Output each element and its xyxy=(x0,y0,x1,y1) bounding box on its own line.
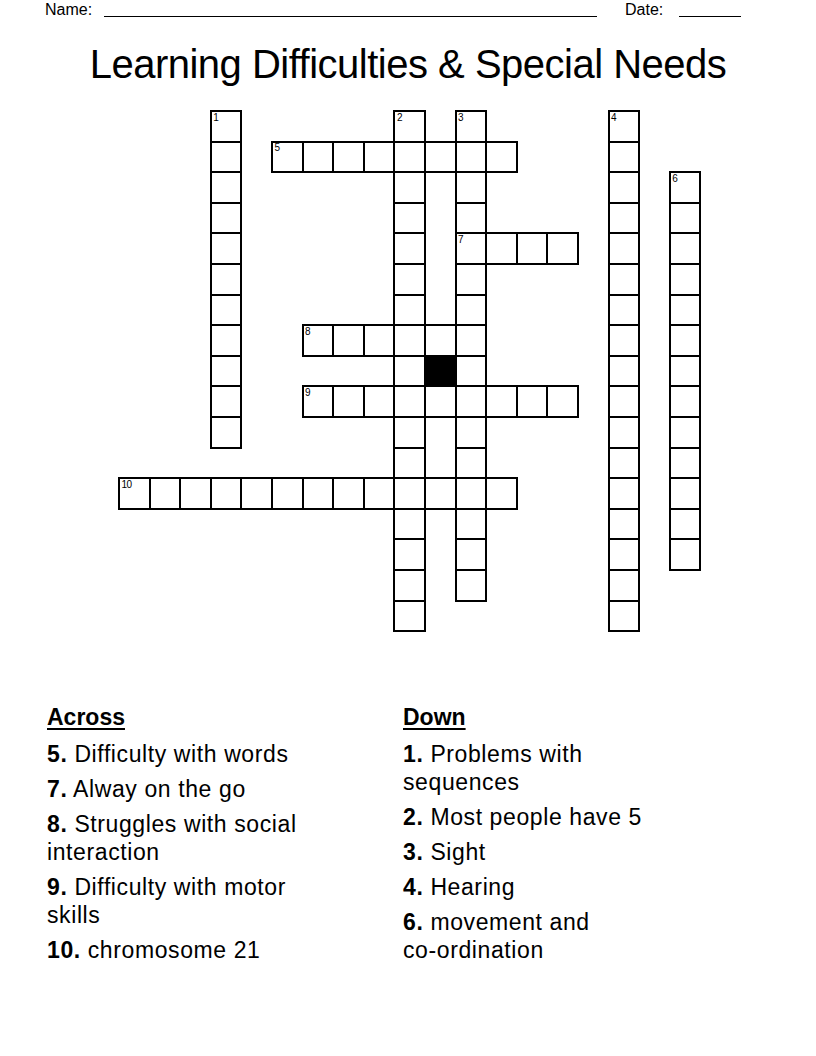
clue-number-8: 8 xyxy=(305,327,310,337)
grid-cell-r7c10 xyxy=(424,324,457,357)
clue-number-10: 10 xyxy=(122,480,132,490)
grid-cell-r4c16 xyxy=(608,232,641,265)
down-clue-1: 1. Problems with sequences xyxy=(403,740,666,796)
down-clue-4: 4. Hearing xyxy=(403,873,666,901)
grid-cell-r9c10 xyxy=(424,385,457,418)
grid-cell-r11c11 xyxy=(455,447,488,480)
crossword-grid: 12345678910 xyxy=(118,110,704,634)
down-clue-6: 6. movement and co‑ordination xyxy=(403,908,666,964)
down-clues-section: Down 1. Problems with sequences2. Most p… xyxy=(403,702,666,971)
grid-cell-r4c11: 7 xyxy=(455,232,488,265)
clue-number-6: 6 xyxy=(672,174,677,184)
blocked-cell xyxy=(424,355,457,388)
puzzle-title: Learning Difficulties & Special Needs xyxy=(0,40,816,88)
grid-cell-r3c16 xyxy=(608,202,641,235)
grid-cell-r5c18 xyxy=(669,263,702,296)
grid-cell-r0c16: 4 xyxy=(608,110,641,143)
grid-cell-r4c13 xyxy=(516,232,549,265)
grid-cell-r9c7 xyxy=(332,385,365,418)
grid-cell-r10c3 xyxy=(210,416,243,449)
grid-cell-r3c3 xyxy=(210,202,243,235)
grid-cell-r8c16 xyxy=(608,355,641,388)
name-blank-line xyxy=(104,2,597,17)
grid-cell-r1c11 xyxy=(455,141,488,174)
clue-number-1: 1 xyxy=(213,113,218,123)
grid-cell-r12c0: 10 xyxy=(118,477,151,510)
grid-cell-r7c6: 8 xyxy=(302,324,335,357)
grid-cell-r3c11 xyxy=(455,202,488,235)
grid-cell-r7c8 xyxy=(363,324,396,357)
grid-cell-r4c18 xyxy=(669,232,702,265)
grid-cell-r4c14 xyxy=(546,232,579,265)
across-clue-9: 9. Difficulty with motor skills xyxy=(47,873,335,929)
grid-cell-r6c9 xyxy=(393,294,426,327)
across-clue-5: 5. Difficulty with words xyxy=(47,740,335,768)
grid-cell-r7c18 xyxy=(669,324,702,357)
grid-cell-r12c9 xyxy=(393,477,426,510)
across-clue-10: 10. chromosome 21 xyxy=(47,936,335,964)
grid-cell-r12c1 xyxy=(149,477,182,510)
grid-cell-r12c3 xyxy=(210,477,243,510)
worksheet-page: Name: Date: Learning Difficulties & Spec… xyxy=(0,0,816,1056)
grid-cell-r12c6 xyxy=(302,477,335,510)
grid-cell-r12c8 xyxy=(363,477,396,510)
grid-cell-r7c11 xyxy=(455,324,488,357)
grid-cell-r1c7 xyxy=(332,141,365,174)
across-clue-number-8: 8. xyxy=(47,811,67,837)
clue-number-4: 4 xyxy=(611,113,616,123)
down-clue-number-6: 6. xyxy=(403,909,423,935)
across-clue-7: 7. Alway on the go xyxy=(47,775,335,803)
grid-cell-r14c9 xyxy=(393,538,426,571)
across-clues-section: Across 5. Difficulty with words7. Alway … xyxy=(47,702,335,971)
grid-cell-r1c16 xyxy=(608,141,641,174)
grid-cell-r13c11 xyxy=(455,508,488,541)
date-label: Date: xyxy=(625,2,663,18)
across-clue-number-9: 9. xyxy=(47,874,67,900)
grid-cell-r9c8 xyxy=(363,385,396,418)
grid-cell-r1c12 xyxy=(485,141,518,174)
date-blank-line xyxy=(679,2,741,17)
clue-number-9: 9 xyxy=(305,388,310,398)
grid-cell-r6c11 xyxy=(455,294,488,327)
grid-cell-r3c9 xyxy=(393,202,426,235)
grid-cell-r9c9 xyxy=(393,385,426,418)
down-clue-number-2: 2. xyxy=(403,804,423,830)
grid-cell-r6c18 xyxy=(669,294,702,327)
down-clue-list: 1. Problems with sequences2. Most people… xyxy=(403,740,666,964)
grid-cell-r9c13 xyxy=(516,385,549,418)
grid-cell-r1c6 xyxy=(302,141,335,174)
grid-cell-r7c7 xyxy=(332,324,365,357)
grid-cell-r6c16 xyxy=(608,294,641,327)
grid-cell-r15c16 xyxy=(608,569,641,602)
grid-cell-r12c16 xyxy=(608,477,641,510)
grid-cell-r12c12 xyxy=(485,477,518,510)
grid-cell-r12c4 xyxy=(240,477,273,510)
grid-cell-r12c2 xyxy=(179,477,212,510)
grid-cell-r2c9 xyxy=(393,171,426,204)
grid-cell-r1c5: 5 xyxy=(271,141,304,174)
grid-cell-r13c18 xyxy=(669,508,702,541)
grid-cell-r6c3 xyxy=(210,294,243,327)
grid-cell-r1c8 xyxy=(363,141,396,174)
down-clue-number-4: 4. xyxy=(403,874,423,900)
grid-cell-r0c3: 1 xyxy=(210,110,243,143)
clue-number-5: 5 xyxy=(275,143,280,153)
grid-cell-r12c18 xyxy=(669,477,702,510)
across-clue-number-7: 7. xyxy=(47,776,67,802)
grid-cell-r4c9 xyxy=(393,232,426,265)
grid-cell-r10c11 xyxy=(455,416,488,449)
grid-cell-r8c3 xyxy=(210,355,243,388)
grid-cell-r9c14 xyxy=(546,385,579,418)
grid-cell-r10c18 xyxy=(669,416,702,449)
grid-cell-r12c11 xyxy=(455,477,488,510)
name-label: Name: xyxy=(45,2,92,18)
grid-cell-r8c18 xyxy=(669,355,702,388)
grid-cell-r11c9 xyxy=(393,447,426,480)
grid-cell-r16c9 xyxy=(393,600,426,633)
across-clue-number-10: 10. xyxy=(47,937,81,963)
grid-cell-r14c16 xyxy=(608,538,641,571)
grid-cell-r9c16 xyxy=(608,385,641,418)
grid-cell-r11c18 xyxy=(669,447,702,480)
across-clue-number-5: 5. xyxy=(47,741,67,767)
grid-cell-r3c18 xyxy=(669,202,702,235)
grid-cell-r9c11 xyxy=(455,385,488,418)
grid-cell-r2c11 xyxy=(455,171,488,204)
grid-cell-r1c9 xyxy=(393,141,426,174)
grid-cell-r10c16 xyxy=(608,416,641,449)
grid-cell-r1c3 xyxy=(210,141,243,174)
grid-cell-r7c9 xyxy=(393,324,426,357)
grid-cell-r16c16 xyxy=(608,600,641,633)
down-clue-2: 2. Most people have 5 xyxy=(403,803,666,831)
grid-cell-r10c9 xyxy=(393,416,426,449)
down-header: Down xyxy=(403,702,666,732)
grid-cell-r11c16 xyxy=(608,447,641,480)
grid-cell-r5c16 xyxy=(608,263,641,296)
grid-cell-r2c18: 6 xyxy=(669,171,702,204)
grid-cell-r13c16 xyxy=(608,508,641,541)
grid-cell-r14c18 xyxy=(669,538,702,571)
grid-cell-r9c12 xyxy=(485,385,518,418)
grid-cell-r5c11 xyxy=(455,263,488,296)
grid-cell-r12c7 xyxy=(332,477,365,510)
grid-cell-r9c6: 9 xyxy=(302,385,335,418)
clue-number-3: 3 xyxy=(458,113,463,123)
grid-cell-r9c3 xyxy=(210,385,243,418)
grid-cell-r15c11 xyxy=(455,569,488,602)
grid-cell-r7c16 xyxy=(608,324,641,357)
grid-cell-r15c9 xyxy=(393,569,426,602)
grid-cell-r8c9 xyxy=(393,355,426,388)
grid-cell-r5c3 xyxy=(210,263,243,296)
across-clue-8: 8. Struggles with social interaction xyxy=(47,810,335,866)
grid-cell-r5c9 xyxy=(393,263,426,296)
down-clue-number-1: 1. xyxy=(403,741,423,767)
down-clue-3: 3. Sight xyxy=(403,838,666,866)
grid-cell-r2c16 xyxy=(608,171,641,204)
grid-cell-r8c11 xyxy=(455,355,488,388)
grid-cell-r0c9: 2 xyxy=(393,110,426,143)
down-clue-number-3: 3. xyxy=(403,839,423,865)
clue-number-2: 2 xyxy=(397,113,402,123)
grid-cell-r4c3 xyxy=(210,232,243,265)
across-header: Across xyxy=(47,702,335,732)
clue-number-7: 7 xyxy=(458,235,463,245)
grid-cell-r1c10 xyxy=(424,141,457,174)
grid-cell-r14c11 xyxy=(455,538,488,571)
grid-cell-r9c18 xyxy=(669,385,702,418)
grid-cell-r4c12 xyxy=(485,232,518,265)
grid-cell-r2c3 xyxy=(210,171,243,204)
across-clue-list: 5. Difficulty with words7. Alway on the … xyxy=(47,740,335,964)
grid-cell-r12c10 xyxy=(424,477,457,510)
grid-cell-r0c11: 3 xyxy=(455,110,488,143)
grid-cell-r12c5 xyxy=(271,477,304,510)
grid-cell-r7c3 xyxy=(210,324,243,357)
grid-cell-r13c9 xyxy=(393,508,426,541)
